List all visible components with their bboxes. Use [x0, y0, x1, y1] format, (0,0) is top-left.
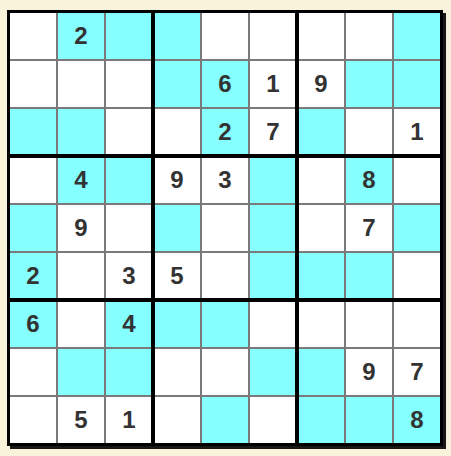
cell-r5c8[interactable]: 7: [346, 205, 392, 251]
cell-r3c7[interactable]: [298, 109, 344, 155]
cell-r2c6[interactable]: 1: [250, 61, 296, 107]
cell-r5c9[interactable]: [394, 205, 440, 251]
cell-r1c4[interactable]: [154, 13, 200, 59]
cell-r5c3[interactable]: [106, 205, 152, 251]
cell-r4c4[interactable]: 9: [154, 157, 200, 203]
cell-r8c2[interactable]: [58, 349, 104, 395]
cell-r8c8[interactable]: 9: [346, 349, 392, 395]
cell-r9c2[interactable]: 5: [58, 397, 104, 443]
cell-r9c7[interactable]: [298, 397, 344, 443]
cell-r7c1[interactable]: 6: [10, 301, 56, 347]
cell-r8c3[interactable]: [106, 349, 152, 395]
cell-r4c1[interactable]: [10, 157, 56, 203]
cell-r9c8[interactable]: [346, 397, 392, 443]
cell-r5c1[interactable]: [10, 205, 56, 251]
cell-r1c5[interactable]: [202, 13, 248, 59]
cell-r1c6[interactable]: [250, 13, 296, 59]
cell-r8c1[interactable]: [10, 349, 56, 395]
cell-r2c5[interactable]: 6: [202, 61, 248, 107]
cell-r2c9[interactable]: [394, 61, 440, 107]
cell-r9c4[interactable]: [154, 397, 200, 443]
cell-r2c8[interactable]: [346, 61, 392, 107]
cell-r2c7[interactable]: 9: [298, 61, 344, 107]
cell-r3c4[interactable]: [154, 109, 200, 155]
cell-r7c5[interactable]: [202, 301, 248, 347]
cell-r5c4[interactable]: [154, 205, 200, 251]
cell-r4c7[interactable]: [298, 157, 344, 203]
cell-r6c2[interactable]: [58, 253, 104, 299]
cell-r5c6[interactable]: [250, 205, 296, 251]
cell-r9c6[interactable]: [250, 397, 296, 443]
cell-r1c9[interactable]: [394, 13, 440, 59]
cell-r9c5[interactable]: [202, 397, 248, 443]
cell-r6c7[interactable]: [298, 253, 344, 299]
cell-r5c5[interactable]: [202, 205, 248, 251]
cell-r3c8[interactable]: [346, 109, 392, 155]
cell-r2c1[interactable]: [10, 61, 56, 107]
cell-r4c9[interactable]: [394, 157, 440, 203]
cell-r2c4[interactable]: [154, 61, 200, 107]
cell-r7c4[interactable]: [154, 301, 200, 347]
cell-r9c9[interactable]: 8: [394, 397, 440, 443]
cell-r1c7[interactable]: [298, 13, 344, 59]
cell-r6c5[interactable]: [202, 253, 248, 299]
cell-r3c9[interactable]: 1: [394, 109, 440, 155]
cell-r3c5[interactable]: 2: [202, 109, 248, 155]
cell-r7c2[interactable]: [58, 301, 104, 347]
cell-r9c3[interactable]: 1: [106, 397, 152, 443]
cell-r6c4[interactable]: 5: [154, 253, 200, 299]
cell-r8c6[interactable]: [250, 349, 296, 395]
cell-r6c6[interactable]: [250, 253, 296, 299]
cell-r3c3[interactable]: [106, 109, 152, 155]
cell-r2c3[interactable]: [106, 61, 152, 107]
cell-r1c1[interactable]: [10, 13, 56, 59]
cell-r1c3[interactable]: [106, 13, 152, 59]
cell-r3c2[interactable]: [58, 109, 104, 155]
cell-r4c3[interactable]: [106, 157, 152, 203]
cell-r3c1[interactable]: [10, 109, 56, 155]
cell-r9c1[interactable]: [10, 397, 56, 443]
cell-r6c3[interactable]: 3: [106, 253, 152, 299]
cell-r7c7[interactable]: [298, 301, 344, 347]
cell-r7c8[interactable]: [346, 301, 392, 347]
cell-r5c2[interactable]: 9: [58, 205, 104, 251]
cell-r4c6[interactable]: [250, 157, 296, 203]
cell-r8c9[interactable]: 7: [394, 349, 440, 395]
cell-r5c7[interactable]: [298, 205, 344, 251]
cell-r1c2[interactable]: 2: [58, 13, 104, 59]
cell-r6c1[interactable]: 2: [10, 253, 56, 299]
cell-r3c6[interactable]: 7: [250, 109, 296, 155]
cell-r6c9[interactable]: [394, 253, 440, 299]
cell-r7c6[interactable]: [250, 301, 296, 347]
sudoku-board: 26192714938972356497518: [7, 10, 443, 446]
cell-r4c5[interactable]: 3: [202, 157, 248, 203]
cell-r6c8[interactable]: [346, 253, 392, 299]
cell-r8c4[interactable]: [154, 349, 200, 395]
cell-r1c8[interactable]: [346, 13, 392, 59]
cell-r4c8[interactable]: 8: [346, 157, 392, 203]
cell-r8c5[interactable]: [202, 349, 248, 395]
cell-r7c3[interactable]: 4: [106, 301, 152, 347]
cell-r2c2[interactable]: [58, 61, 104, 107]
cell-r4c2[interactable]: 4: [58, 157, 104, 203]
cell-r8c7[interactable]: [298, 349, 344, 395]
cell-r7c9[interactable]: [394, 301, 440, 347]
